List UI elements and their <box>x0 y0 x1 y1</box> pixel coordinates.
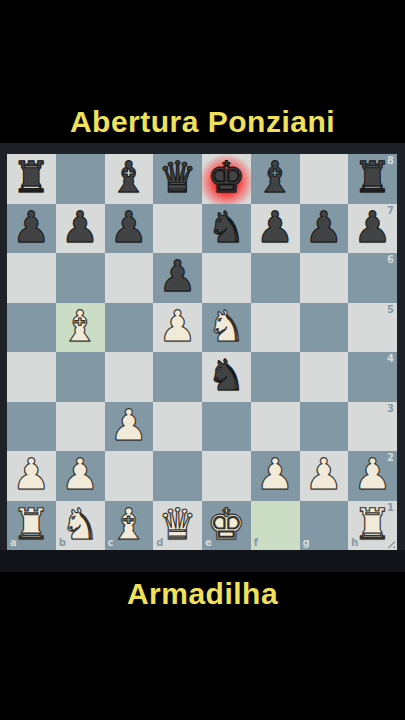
square-f5[interactable] <box>251 303 300 353</box>
chess-board[interactable]: ♜♝♛♚♝♜8♟♟♟♞♟♟♟7♟6♝♟♞5♞4♟3♟♟♟♟♟2♜a♞b♝c♛d♚… <box>7 154 397 550</box>
square-d8[interactable]: ♛ <box>153 154 202 204</box>
video-frame: Abertura Ponziani ♜♝♛♚♝♜8♟♟♟♞♟♟♟7♟6♝♟♞5♞… <box>0 0 405 720</box>
square-g5[interactable] <box>300 303 349 353</box>
file-label-g: g <box>303 538 310 548</box>
piece-white-knight[interactable]: ♞ <box>207 305 246 348</box>
piece-white-king[interactable]: ♚ <box>207 503 246 546</box>
piece-black-queen[interactable]: ♛ <box>158 156 197 199</box>
square-g4[interactable] <box>300 352 349 402</box>
square-a1[interactable]: ♜a <box>7 501 56 551</box>
square-h7[interactable]: ♟7 <box>348 204 397 254</box>
piece-white-queen[interactable]: ♛ <box>158 503 197 546</box>
piece-black-pawn[interactable]: ♟ <box>256 206 295 249</box>
square-f4[interactable] <box>251 352 300 402</box>
piece-white-pawn[interactable]: ♟ <box>158 305 197 348</box>
square-h6[interactable]: 6 <box>348 253 397 303</box>
square-a7[interactable]: ♟ <box>7 204 56 254</box>
piece-white-pawn[interactable]: ♟ <box>256 453 295 496</box>
piece-white-pawn[interactable]: ♟ <box>110 404 149 447</box>
square-h5[interactable]: 5 <box>348 303 397 353</box>
square-h3[interactable]: 3 <box>348 402 397 452</box>
square-b8[interactable] <box>56 154 105 204</box>
square-e8[interactable]: ♚ <box>202 154 251 204</box>
piece-black-rook[interactable]: ♜ <box>12 156 51 199</box>
square-d6[interactable]: ♟ <box>153 253 202 303</box>
square-g1[interactable]: g <box>300 501 349 551</box>
board-shell: ♜♝♛♚♝♜8♟♟♟♞♟♟♟7♟6♝♟♞5♞4♟3♟♟♟♟♟2♜a♞b♝c♛d♚… <box>0 143 405 572</box>
square-g3[interactable] <box>300 402 349 452</box>
file-label-d: d <box>156 538 163 548</box>
square-g8[interactable] <box>300 154 349 204</box>
rank-label-2: 2 <box>387 453 394 463</box>
square-g6[interactable] <box>300 253 349 303</box>
square-a6[interactable] <box>7 253 56 303</box>
square-h4[interactable]: 4 <box>348 352 397 402</box>
square-c5[interactable] <box>105 303 154 353</box>
square-d5[interactable]: ♟ <box>153 303 202 353</box>
square-b3[interactable] <box>56 402 105 452</box>
square-a2[interactable]: ♟ <box>7 451 56 501</box>
square-e5[interactable]: ♞ <box>202 303 251 353</box>
piece-black-pawn[interactable]: ♟ <box>158 255 197 298</box>
square-b7[interactable]: ♟ <box>56 204 105 254</box>
square-a3[interactable] <box>7 402 56 452</box>
rank-label-4: 4 <box>387 354 394 364</box>
bottom-caption: Armadilha <box>0 577 405 611</box>
piece-black-king[interactable]: ♚ <box>207 156 246 199</box>
top-caption: Abertura Ponziani <box>0 105 405 139</box>
square-b5[interactable]: ♝ <box>56 303 105 353</box>
square-c4[interactable] <box>105 352 154 402</box>
file-label-a: a <box>10 538 17 548</box>
piece-black-pawn[interactable]: ♟ <box>305 206 344 249</box>
piece-white-pawn[interactable]: ♟ <box>305 453 344 496</box>
rank-label-5: 5 <box>387 305 394 315</box>
board-bottom-strip <box>0 550 405 572</box>
piece-black-pawn[interactable]: ♟ <box>110 206 149 249</box>
rank-label-6: 6 <box>387 255 394 265</box>
square-e3[interactable] <box>202 402 251 452</box>
rank-label-8: 8 <box>387 156 394 166</box>
square-c1[interactable]: ♝c <box>105 501 154 551</box>
file-label-c: c <box>108 538 114 548</box>
square-h2[interactable]: ♟2 <box>348 451 397 501</box>
piece-white-pawn[interactable]: ♟ <box>12 453 51 496</box>
rank-label-3: 3 <box>387 404 394 414</box>
square-c2[interactable] <box>105 451 154 501</box>
piece-black-knight[interactable]: ♞ <box>207 206 246 249</box>
square-d1[interactable]: ♛d <box>153 501 202 551</box>
square-c6[interactable] <box>105 253 154 303</box>
square-c3[interactable]: ♟ <box>105 402 154 452</box>
square-a4[interactable] <box>7 352 56 402</box>
square-b2[interactable]: ♟ <box>56 451 105 501</box>
square-f8[interactable]: ♝ <box>251 154 300 204</box>
square-h8[interactable]: ♜8 <box>348 154 397 204</box>
piece-black-knight[interactable]: ♞ <box>207 354 246 397</box>
square-b1[interactable]: ♞b <box>56 501 105 551</box>
square-c8[interactable]: ♝ <box>105 154 154 204</box>
square-b6[interactable] <box>56 253 105 303</box>
piece-white-pawn[interactable]: ♟ <box>61 453 100 496</box>
piece-black-bishop[interactable]: ♝ <box>110 156 149 199</box>
rank-label-1: 1 <box>387 503 394 513</box>
square-h1[interactable]: ♜1h <box>348 501 397 551</box>
piece-white-bishop[interactable]: ♝ <box>61 305 100 348</box>
square-e7[interactable]: ♞ <box>202 204 251 254</box>
square-g2[interactable]: ♟ <box>300 451 349 501</box>
square-d2[interactable] <box>153 451 202 501</box>
square-f3[interactable] <box>251 402 300 452</box>
file-label-f: f <box>254 538 258 548</box>
square-e4[interactable]: ♞ <box>202 352 251 402</box>
piece-white-rook[interactable]: ♜ <box>12 503 51 546</box>
file-label-b: b <box>59 538 66 548</box>
piece-black-bishop[interactable]: ♝ <box>256 156 295 199</box>
piece-black-pawn[interactable]: ♟ <box>12 206 51 249</box>
square-b4[interactable] <box>56 352 105 402</box>
square-f6[interactable] <box>251 253 300 303</box>
file-label-h: h <box>351 538 358 548</box>
piece-white-bishop[interactable]: ♝ <box>110 503 149 546</box>
square-g7[interactable]: ♟ <box>300 204 349 254</box>
piece-white-knight[interactable]: ♞ <box>61 503 100 546</box>
square-f1[interactable]: f <box>251 501 300 551</box>
square-f7[interactable]: ♟ <box>251 204 300 254</box>
square-a5[interactable] <box>7 303 56 353</box>
square-a8[interactable]: ♜ <box>7 154 56 204</box>
square-e6[interactable] <box>202 253 251 303</box>
square-d3[interactable] <box>153 402 202 452</box>
piece-black-pawn[interactable]: ♟ <box>61 206 100 249</box>
file-label-e: e <box>205 538 212 548</box>
square-e2[interactable] <box>202 451 251 501</box>
square-d4[interactable] <box>153 352 202 402</box>
square-c7[interactable]: ♟ <box>105 204 154 254</box>
square-f2[interactable]: ♟ <box>251 451 300 501</box>
square-e1[interactable]: ♚e <box>202 501 251 551</box>
rank-label-7: 7 <box>387 206 394 216</box>
square-d7[interactable] <box>153 204 202 254</box>
